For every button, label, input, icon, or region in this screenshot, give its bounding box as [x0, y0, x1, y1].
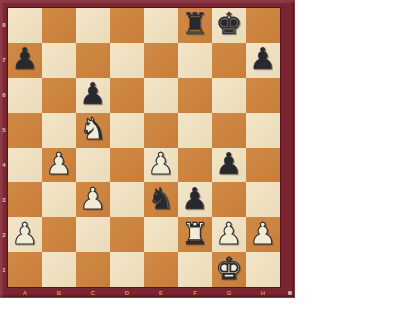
white-pawn[interactable]: ♟ [250, 219, 277, 249]
square-c7[interactable] [76, 43, 110, 78]
square-d3[interactable] [110, 182, 144, 217]
file-label-a: A [8, 287, 42, 298]
square-b2[interactable] [42, 217, 76, 252]
square-e1[interactable] [144, 252, 178, 287]
white-pawn[interactable]: ♟ [148, 149, 175, 179]
square-c4[interactable] [76, 148, 110, 183]
rank-label-5: 5 [0, 113, 8, 148]
square-a8[interactable] [8, 8, 42, 43]
corner-marker [288, 291, 292, 295]
black-pawn[interactable]: ♟ [250, 44, 277, 74]
square-e4[interactable]: ♟ [144, 148, 178, 183]
square-b1[interactable] [42, 252, 76, 287]
black-pawn[interactable]: ♟ [12, 44, 39, 74]
square-h1[interactable] [246, 252, 280, 287]
square-h3[interactable] [246, 182, 280, 217]
square-d5[interactable] [110, 113, 144, 148]
square-f4[interactable] [178, 148, 212, 183]
black-pawn[interactable]: ♟ [80, 79, 107, 109]
file-label-c: C [76, 287, 110, 298]
file-label-d: D [110, 287, 144, 298]
white-pawn[interactable]: ♟ [12, 219, 39, 249]
file-label-h: H [246, 287, 280, 298]
square-c6[interactable]: ♟ [76, 78, 110, 113]
rank-label-6: 6 [0, 78, 8, 113]
rank-label-2: 2 [0, 217, 8, 252]
square-a2[interactable]: ♟ [8, 217, 42, 252]
white-knight[interactable]: ♞ [80, 114, 107, 144]
square-h2[interactable]: ♟ [246, 217, 280, 252]
white-king[interactable]: ♚ [216, 254, 243, 284]
square-h6[interactable] [246, 78, 280, 113]
square-b3[interactable] [42, 182, 76, 217]
board-grid: ♜♚♟♟♟♞♟♟♟♟♞♟♟♜♟♟♚ [8, 8, 280, 287]
square-f1[interactable] [178, 252, 212, 287]
square-b8[interactable] [42, 8, 76, 43]
square-g3[interactable] [212, 182, 246, 217]
white-rook[interactable]: ♜ [182, 219, 209, 249]
square-b4[interactable]: ♟ [42, 148, 76, 183]
file-label-g: G [212, 287, 246, 298]
chess-board: 87654321 ♜♚♟♟♟♞♟♟♟♟♞♟♟♜♟♟♚ ABCDEFGH [0, 0, 295, 298]
file-label-f: F [178, 287, 212, 298]
rank-label-3: 3 [0, 182, 8, 217]
square-a1[interactable] [8, 252, 42, 287]
square-g2[interactable]: ♟ [212, 217, 246, 252]
square-d4[interactable] [110, 148, 144, 183]
square-d6[interactable] [110, 78, 144, 113]
square-b7[interactable] [42, 43, 76, 78]
black-pawn[interactable]: ♟ [182, 184, 209, 214]
square-a3[interactable] [8, 182, 42, 217]
file-labels: ABCDEFGH [8, 287, 280, 298]
file-label-e: E [144, 287, 178, 298]
square-c2[interactable] [76, 217, 110, 252]
square-c3[interactable]: ♟ [76, 182, 110, 217]
square-c5[interactable]: ♞ [76, 113, 110, 148]
file-label-b: B [42, 287, 76, 298]
square-a5[interactable] [8, 113, 42, 148]
square-e8[interactable] [144, 8, 178, 43]
square-b6[interactable] [42, 78, 76, 113]
black-pawn[interactable]: ♟ [216, 149, 243, 179]
square-d2[interactable] [110, 217, 144, 252]
square-g4[interactable]: ♟ [212, 148, 246, 183]
square-a4[interactable] [8, 148, 42, 183]
square-e7[interactable] [144, 43, 178, 78]
square-g8[interactable]: ♚ [212, 8, 246, 43]
rank-label-1: 1 [0, 252, 8, 287]
rank-labels: 87654321 [0, 8, 8, 287]
square-d7[interactable] [110, 43, 144, 78]
square-g6[interactable] [212, 78, 246, 113]
square-e3[interactable]: ♞ [144, 182, 178, 217]
black-knight[interactable]: ♞ [148, 184, 175, 214]
square-e2[interactable] [144, 217, 178, 252]
square-e6[interactable] [144, 78, 178, 113]
square-f2[interactable]: ♜ [178, 217, 212, 252]
rank-label-4: 4 [0, 148, 8, 183]
square-g5[interactable] [212, 113, 246, 148]
square-f6[interactable] [178, 78, 212, 113]
square-g1[interactable]: ♚ [212, 252, 246, 287]
square-h4[interactable] [246, 148, 280, 183]
square-f3[interactable]: ♟ [178, 182, 212, 217]
square-f5[interactable] [178, 113, 212, 148]
white-pawn[interactable]: ♟ [216, 219, 243, 249]
square-d1[interactable] [110, 252, 144, 287]
square-d8[interactable] [110, 8, 144, 43]
black-king[interactable]: ♚ [216, 9, 243, 39]
square-a6[interactable] [8, 78, 42, 113]
square-f8[interactable]: ♜ [178, 8, 212, 43]
square-h7[interactable]: ♟ [246, 43, 280, 78]
white-pawn[interactable]: ♟ [80, 184, 107, 214]
white-pawn[interactable]: ♟ [46, 149, 73, 179]
black-rook[interactable]: ♜ [182, 9, 209, 39]
square-f7[interactable] [178, 43, 212, 78]
square-g7[interactable] [212, 43, 246, 78]
rank-label-7: 7 [0, 43, 8, 78]
square-c8[interactable] [76, 8, 110, 43]
rank-label-8: 8 [0, 8, 8, 43]
square-e5[interactable] [144, 113, 178, 148]
square-a7[interactable]: ♟ [8, 43, 42, 78]
square-c1[interactable] [76, 252, 110, 287]
square-h8[interactable] [246, 8, 280, 43]
square-h5[interactable] [246, 113, 280, 148]
square-b5[interactable] [42, 113, 76, 148]
